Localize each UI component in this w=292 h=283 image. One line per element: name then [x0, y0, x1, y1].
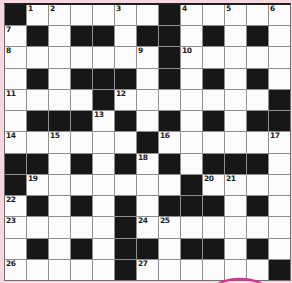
- cell-r9c8[interactable]: [159, 175, 180, 195]
- black-cell-r10c6: [115, 196, 136, 216]
- cell-r5c3[interactable]: [49, 90, 70, 110]
- cell-r3c11[interactable]: [225, 47, 246, 67]
- cell-r1c5[interactable]: [93, 5, 114, 25]
- clue-number-16: 16: [160, 132, 169, 140]
- black-cell-r8c6: [115, 154, 136, 174]
- cell-r3c13[interactable]: [269, 47, 290, 67]
- clue-number-13: 13: [94, 111, 103, 119]
- cell-r1c6[interactable]: 3: [115, 5, 136, 25]
- cell-r7c1[interactable]: 14: [5, 132, 26, 152]
- cell-r7c12[interactable]: [247, 132, 268, 152]
- cell-r7c13[interactable]: 17: [269, 132, 290, 152]
- cell-r11c9[interactable]: [181, 217, 202, 237]
- clue-number-15: 15: [50, 132, 59, 140]
- black-cell-r12c12: [247, 239, 268, 259]
- cell-r13c9[interactable]: [181, 260, 202, 280]
- cell-r8c9[interactable]: [181, 154, 202, 174]
- clue-number-20: 20: [204, 175, 213, 183]
- black-cell-r6c2: [27, 111, 48, 131]
- cell-r13c8[interactable]: [159, 260, 180, 280]
- cell-r3c4[interactable]: [71, 47, 92, 67]
- cell-r7c5[interactable]: [93, 132, 114, 152]
- cell-r10c3[interactable]: [49, 196, 70, 216]
- cell-r7c8[interactable]: 16: [159, 132, 180, 152]
- cell-r1c13[interactable]: 6: [269, 5, 290, 25]
- cell-r5c4[interactable]: [71, 90, 92, 110]
- cell-r11c1[interactable]: 23: [5, 217, 26, 237]
- cell-r3c7[interactable]: 9: [137, 47, 158, 67]
- clue-number-8: 8: [6, 47, 11, 55]
- cell-r1c4[interactable]: [71, 5, 92, 25]
- cell-r11c2[interactable]: [27, 217, 48, 237]
- cell-r8c3[interactable]: [49, 154, 70, 174]
- cell-r4c3[interactable]: [49, 69, 70, 89]
- black-cell-r6c10: [203, 111, 224, 131]
- black-cell-r3c8: [159, 47, 180, 67]
- black-cell-r13c13: [269, 260, 290, 280]
- cell-r12c3[interactable]: [49, 239, 70, 259]
- cell-r1c10[interactable]: [203, 5, 224, 25]
- cell-r5c7[interactable]: [137, 90, 158, 110]
- black-cell-r8c11: [225, 154, 246, 174]
- cell-r6c5[interactable]: 13: [93, 111, 114, 131]
- cell-r6c7[interactable]: [137, 111, 158, 131]
- cell-r4c13[interactable]: [269, 69, 290, 89]
- black-cell-r4c4: [71, 69, 92, 89]
- black-cell-r13c6: [115, 260, 136, 280]
- cell-r1c3[interactable]: 2: [49, 5, 70, 25]
- black-cell-r2c7: [137, 26, 158, 46]
- cell-r8c13[interactable]: [269, 154, 290, 174]
- cell-r9c12[interactable]: [247, 175, 268, 195]
- black-cell-r5c13: [269, 90, 290, 110]
- black-cell-r4c6: [115, 69, 136, 89]
- black-cell-r12c4: [71, 239, 92, 259]
- cell-r9c2[interactable]: 19: [27, 175, 48, 195]
- black-cell-r6c12: [247, 111, 268, 131]
- clue-number-23: 23: [6, 217, 15, 225]
- black-cell-r4c12: [247, 69, 268, 89]
- cell-r3c10[interactable]: [203, 47, 224, 67]
- black-cell-r6c4: [71, 111, 92, 131]
- black-cell-r4c8: [159, 69, 180, 89]
- cell-r10c7[interactable]: [137, 196, 158, 216]
- cell-r5c6[interactable]: 12: [115, 90, 136, 110]
- cell-r11c5[interactable]: [93, 217, 114, 237]
- black-cell-r8c4: [71, 154, 92, 174]
- black-cell-r6c13: [269, 111, 290, 131]
- clue-number-3: 3: [116, 5, 121, 13]
- black-cell-r8c1: [5, 154, 26, 174]
- black-cell-r11c6: [115, 217, 136, 237]
- cell-r7c6[interactable]: [115, 132, 136, 152]
- black-cell-r2c8: [159, 26, 180, 46]
- cell-r7c4[interactable]: [71, 132, 92, 152]
- cell-r11c3[interactable]: [49, 217, 70, 237]
- cell-r11c13[interactable]: [269, 217, 290, 237]
- black-cell-r1c8: [159, 5, 180, 25]
- cell-r12c13[interactable]: [269, 239, 290, 259]
- clue-number-1: 1: [28, 5, 33, 13]
- black-cell-r6c6: [115, 111, 136, 131]
- cell-r3c9[interactable]: 10: [181, 47, 202, 67]
- black-cell-r4c5: [93, 69, 114, 89]
- cell-r2c11[interactable]: [225, 26, 246, 46]
- clue-number-25: 25: [160, 217, 169, 225]
- black-cell-r2c12: [247, 26, 268, 46]
- cell-r5c11[interactable]: [225, 90, 246, 110]
- clue-number-2: 2: [50, 5, 55, 13]
- cell-r5c8[interactable]: [159, 90, 180, 110]
- cell-r8c5[interactable]: [93, 154, 114, 174]
- black-cell-r10c10: [203, 196, 224, 216]
- cell-r11c4[interactable]: [71, 217, 92, 237]
- black-cell-r7c7: [137, 132, 158, 152]
- cell-r9c6[interactable]: [115, 175, 136, 195]
- cell-r13c3[interactable]: [49, 260, 70, 280]
- cell-r4c9[interactable]: [181, 69, 202, 89]
- cell-r11c8[interactable]: 25: [159, 217, 180, 237]
- cell-r9c13[interactable]: [269, 175, 290, 195]
- clue-number-11: 11: [6, 90, 15, 98]
- cell-r9c10[interactable]: 20: [203, 175, 224, 195]
- cell-r1c2[interactable]: 1: [27, 5, 48, 25]
- black-cell-r10c12: [247, 196, 268, 216]
- cell-r5c1[interactable]: 11: [5, 90, 26, 110]
- clue-number-10: 10: [182, 47, 191, 55]
- cell-r8c7[interactable]: 18: [137, 154, 158, 174]
- black-cell-r12c9: [181, 239, 202, 259]
- clue-number-7: 7: [6, 26, 11, 34]
- cell-r4c1[interactable]: [5, 69, 26, 89]
- cell-r4c7[interactable]: [137, 69, 158, 89]
- black-cell-r1c1: [5, 5, 26, 25]
- cell-r5c12[interactable]: [247, 90, 268, 110]
- cell-r13c11[interactable]: [225, 260, 246, 280]
- cell-r5c9[interactable]: [181, 90, 202, 110]
- cell-r6c11[interactable]: [225, 111, 246, 131]
- cell-r9c4[interactable]: [71, 175, 92, 195]
- cell-r3c6[interactable]: [115, 47, 136, 67]
- clue-number-17: 17: [270, 132, 279, 140]
- black-cell-r8c2: [27, 154, 48, 174]
- black-cell-r12c6: [115, 239, 136, 259]
- clue-number-21: 21: [226, 175, 235, 183]
- cell-r13c1[interactable]: 26: [5, 260, 26, 280]
- cell-r2c1[interactable]: 7: [5, 26, 26, 46]
- black-cell-r10c8: [159, 196, 180, 216]
- cell-r6c1[interactable]: [5, 111, 26, 131]
- cell-r5c10[interactable]: [203, 90, 224, 110]
- black-cell-r6c8: [159, 111, 180, 131]
- black-cell-r8c8: [159, 154, 180, 174]
- clue-number-19: 19: [28, 175, 37, 183]
- cell-r13c5[interactable]: [93, 260, 114, 280]
- cell-r10c1[interactable]: 22: [5, 196, 26, 216]
- cell-r13c12[interactable]: [247, 260, 268, 280]
- cell-r13c10[interactable]: [203, 260, 224, 280]
- cell-r2c9[interactable]: [181, 26, 202, 46]
- clue-number-6: 6: [270, 5, 275, 13]
- cell-r2c6[interactable]: [115, 26, 136, 46]
- cell-r11c7[interactable]: 24: [137, 217, 158, 237]
- black-cell-r4c2: [27, 69, 48, 89]
- black-cell-r2c5: [93, 26, 114, 46]
- black-cell-r10c2: [27, 196, 48, 216]
- black-cell-r12c7: [137, 239, 158, 259]
- cell-r10c11[interactable]: [225, 196, 246, 216]
- cell-r1c12[interactable]: [247, 5, 268, 25]
- black-cell-r5c5: [93, 90, 114, 110]
- cell-r13c7[interactable]: 27: [137, 260, 158, 280]
- cell-r11c12[interactable]: [247, 217, 268, 237]
- clue-number-18: 18: [138, 154, 147, 162]
- cell-r7c9[interactable]: [181, 132, 202, 152]
- cell-r7c3[interactable]: 15: [49, 132, 70, 152]
- cell-r4c11[interactable]: [225, 69, 246, 89]
- cell-r13c4[interactable]: [71, 260, 92, 280]
- cell-r9c11[interactable]: 21: [225, 175, 246, 195]
- cell-r11c10[interactable]: [203, 217, 224, 237]
- black-cell-r9c9: [181, 175, 202, 195]
- cell-r6c9[interactable]: [181, 111, 202, 131]
- cell-r7c11[interactable]: [225, 132, 246, 152]
- cell-r3c5[interactable]: [93, 47, 114, 67]
- cell-r9c7[interactable]: [137, 175, 158, 195]
- cell-r1c11[interactable]: 5: [225, 5, 246, 25]
- clue-number-12: 12: [116, 90, 125, 98]
- cell-r5c2[interactable]: [27, 90, 48, 110]
- cell-r2c13[interactable]: [269, 26, 290, 46]
- cell-r10c13[interactable]: [269, 196, 290, 216]
- black-cell-r2c2: [27, 26, 48, 46]
- cell-r7c10[interactable]: [203, 132, 224, 152]
- cell-r11c11[interactable]: [225, 217, 246, 237]
- clue-number-14: 14: [6, 132, 15, 140]
- clue-number-27: 27: [138, 260, 147, 268]
- cell-r12c11[interactable]: [225, 239, 246, 259]
- black-cell-r2c4: [71, 26, 92, 46]
- black-cell-r8c10: [203, 154, 224, 174]
- black-cell-r12c2: [27, 239, 48, 259]
- black-cell-r4c10: [203, 69, 224, 89]
- cell-r1c7[interactable]: [137, 5, 158, 25]
- clue-number-5: 5: [226, 5, 231, 13]
- cell-r3c12[interactable]: [247, 47, 268, 67]
- clue-number-4: 4: [182, 5, 187, 13]
- cell-r2c3[interactable]: [49, 26, 70, 46]
- cell-r3c3[interactable]: [49, 47, 70, 67]
- cell-r10c5[interactable]: [93, 196, 114, 216]
- cell-r12c1[interactable]: [5, 239, 26, 259]
- black-cell-r10c4: [71, 196, 92, 216]
- black-cell-r10c9: [181, 196, 202, 216]
- cell-r3c2[interactable]: [27, 47, 48, 67]
- cell-r1c9[interactable]: 4: [181, 5, 202, 25]
- crossword-board: 1234567891011121314151617181920212223242…: [4, 3, 291, 281]
- cell-r12c8[interactable]: [159, 239, 180, 259]
- black-cell-r8c12: [247, 154, 268, 174]
- clue-number-24: 24: [138, 217, 147, 225]
- clue-number-26: 26: [6, 260, 15, 268]
- black-cell-r6c3: [49, 111, 70, 131]
- cell-r3c1[interactable]: 8: [5, 47, 26, 67]
- cell-r7c2[interactable]: [27, 132, 48, 152]
- clue-number-9: 9: [138, 47, 143, 55]
- black-cell-r9c1: [5, 175, 26, 195]
- cell-r12c5[interactable]: [93, 239, 114, 259]
- cell-r9c5[interactable]: [93, 175, 114, 195]
- cell-r9c3[interactable]: [49, 175, 70, 195]
- black-cell-r12c10: [203, 239, 224, 259]
- black-cell-r2c10: [203, 26, 224, 46]
- clue-number-22: 22: [6, 196, 15, 204]
- cell-r13c2[interactable]: [27, 260, 48, 280]
